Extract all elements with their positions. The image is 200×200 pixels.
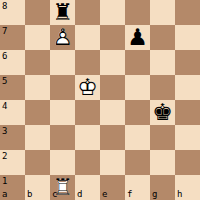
- white-king-icon: ♔: [75, 75, 100, 100]
- piece-black-king[interactable]: ♚: [150, 100, 175, 125]
- square-g2[interactable]: [150, 150, 175, 175]
- square-b6[interactable]: [25, 50, 50, 75]
- file-label-h: h: [177, 190, 182, 199]
- square-d5[interactable]: ♚♔: [75, 75, 100, 100]
- file-label-e: e: [102, 190, 107, 199]
- piece-white-rook[interactable]: ♜♖: [50, 175, 75, 200]
- rank-label-4: 4: [2, 102, 7, 111]
- square-c5[interactable]: [50, 75, 75, 100]
- square-h4[interactable]: [175, 100, 200, 125]
- square-a2[interactable]: 2: [0, 150, 25, 175]
- square-h8[interactable]: [175, 0, 200, 25]
- square-e2[interactable]: [100, 150, 125, 175]
- square-c3[interactable]: [50, 125, 75, 150]
- square-g7[interactable]: [150, 25, 175, 50]
- square-f5[interactable]: [125, 75, 150, 100]
- square-c2[interactable]: [50, 150, 75, 175]
- file-label-b: b: [27, 190, 32, 199]
- square-d6[interactable]: [75, 50, 100, 75]
- square-a8[interactable]: 8: [0, 0, 25, 25]
- square-c7[interactable]: ♟♙: [50, 25, 75, 50]
- rank-label-3: 3: [2, 127, 7, 136]
- white-pawn-icon: ♙: [50, 25, 75, 50]
- square-a7[interactable]: 7: [0, 25, 25, 50]
- square-g4[interactable]: ♚: [150, 100, 175, 125]
- square-b2[interactable]: [25, 150, 50, 175]
- square-d2[interactable]: [75, 150, 100, 175]
- square-e3[interactable]: [100, 125, 125, 150]
- square-g6[interactable]: [150, 50, 175, 75]
- square-b8[interactable]: [25, 0, 50, 25]
- square-b4[interactable]: [25, 100, 50, 125]
- square-f6[interactable]: [125, 50, 150, 75]
- square-b5[interactable]: [25, 75, 50, 100]
- file-label-g: g: [152, 190, 157, 199]
- square-f8[interactable]: [125, 0, 150, 25]
- square-a3[interactable]: 3: [0, 125, 25, 150]
- square-b3[interactable]: [25, 125, 50, 150]
- square-a5[interactable]: 5: [0, 75, 25, 100]
- square-d8[interactable]: [75, 0, 100, 25]
- rank-label-6: 6: [2, 52, 7, 61]
- square-c1[interactable]: c♜♖: [50, 175, 75, 200]
- square-e8[interactable]: [100, 0, 125, 25]
- square-h2[interactable]: [175, 150, 200, 175]
- square-c6[interactable]: [50, 50, 75, 75]
- square-c8[interactable]: ♜: [50, 0, 75, 25]
- square-d7[interactable]: [75, 25, 100, 50]
- piece-black-pawn[interactable]: ♟: [125, 25, 150, 50]
- square-d4[interactable]: [75, 100, 100, 125]
- piece-white-pawn[interactable]: ♟♙: [50, 25, 75, 50]
- black-pawn-icon: ♟: [125, 25, 150, 50]
- square-g8[interactable]: [150, 0, 175, 25]
- square-f2[interactable]: [125, 150, 150, 175]
- square-h7[interactable]: [175, 25, 200, 50]
- rank-label-5: 5: [2, 77, 7, 86]
- rank-label-1: 1: [2, 177, 7, 186]
- file-label-d: d: [77, 190, 82, 199]
- square-e4[interactable]: [100, 100, 125, 125]
- square-d3[interactable]: [75, 125, 100, 150]
- square-f4[interactable]: [125, 100, 150, 125]
- square-f7[interactable]: ♟: [125, 25, 150, 50]
- rank-label-8: 8: [2, 2, 7, 11]
- rank-label-2: 2: [2, 152, 7, 161]
- file-label-a: a: [2, 190, 7, 199]
- square-a4[interactable]: 4: [0, 100, 25, 125]
- black-rook-icon: ♜: [50, 0, 75, 25]
- black-king-icon: ♚: [150, 100, 175, 125]
- white-rook-icon: ♖: [50, 175, 75, 200]
- rank-label-7: 7: [2, 27, 7, 36]
- square-e7[interactable]: [100, 25, 125, 50]
- square-g3[interactable]: [150, 125, 175, 150]
- square-h5[interactable]: [175, 75, 200, 100]
- square-d1[interactable]: d: [75, 175, 100, 200]
- square-e1[interactable]: e: [100, 175, 125, 200]
- piece-black-rook[interactable]: ♜: [50, 0, 75, 25]
- piece-white-king[interactable]: ♚♔: [75, 75, 100, 100]
- square-h6[interactable]: [175, 50, 200, 75]
- square-b1[interactable]: b: [25, 175, 50, 200]
- square-h3[interactable]: [175, 125, 200, 150]
- square-c4[interactable]: [50, 100, 75, 125]
- square-h1[interactable]: h: [175, 175, 200, 200]
- square-f3[interactable]: [125, 125, 150, 150]
- square-b7[interactable]: [25, 25, 50, 50]
- square-a1[interactable]: 1a: [0, 175, 25, 200]
- chess-board: 8♜7♟♙♟65♚♔4♚321abc♜♖defgh: [0, 0, 200, 200]
- square-e6[interactable]: [100, 50, 125, 75]
- square-a6[interactable]: 6: [0, 50, 25, 75]
- square-f1[interactable]: f: [125, 175, 150, 200]
- square-g5[interactable]: [150, 75, 175, 100]
- square-g1[interactable]: g: [150, 175, 175, 200]
- file-label-f: f: [127, 190, 132, 199]
- square-e5[interactable]: [100, 75, 125, 100]
